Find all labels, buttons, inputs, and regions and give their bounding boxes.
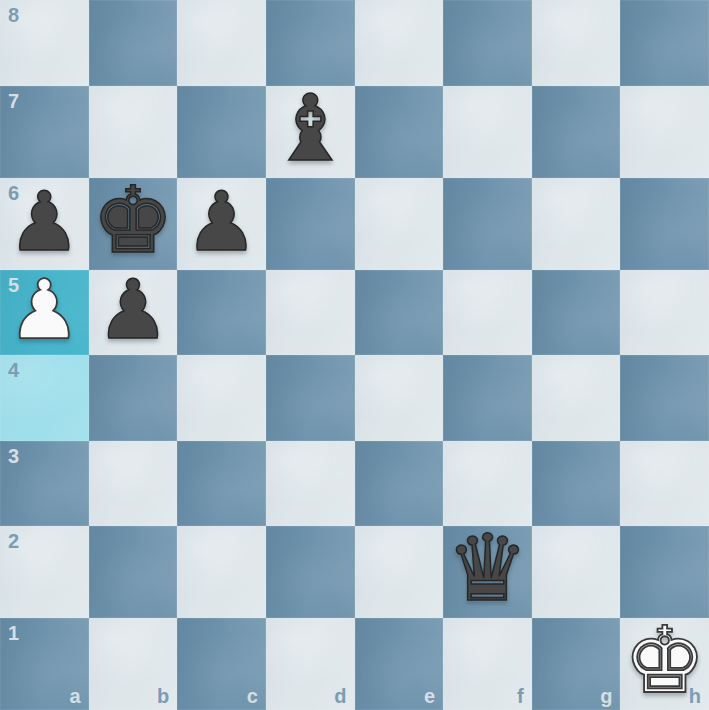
square-f7[interactable] [443, 86, 532, 178]
square-b2[interactable] [89, 526, 178, 618]
square-c4[interactable] [177, 355, 266, 441]
piece-black-pawn[interactable]: ♟ [8, 181, 82, 263]
square-a1[interactable]: 1a [0, 618, 89, 710]
square-a7[interactable]: 7 [0, 86, 89, 178]
square-h4[interactable] [620, 355, 709, 441]
square-f3[interactable] [443, 441, 532, 527]
chess-board: 87♝6♟♚♟5♟♟432♛1abcdefgh♚ [0, 0, 709, 710]
square-g2[interactable] [532, 526, 621, 618]
rank-label-7: 7 [8, 91, 19, 111]
piece-white-king[interactable]: ♚ [623, 615, 705, 707]
square-a8[interactable]: 8 [0, 0, 89, 86]
square-f6[interactable] [443, 178, 532, 270]
file-label-a: a [70, 686, 81, 706]
square-a4[interactable]: 4 [0, 355, 89, 441]
square-h5[interactable] [620, 270, 709, 356]
square-g5[interactable] [532, 270, 621, 356]
square-c2[interactable] [177, 526, 266, 618]
square-b8[interactable] [89, 0, 178, 86]
square-b3[interactable] [89, 441, 178, 527]
square-b7[interactable] [89, 86, 178, 178]
square-g6[interactable] [532, 178, 621, 270]
rank-label-2: 2 [8, 531, 19, 551]
square-c1[interactable]: c [177, 618, 266, 710]
square-h3[interactable] [620, 441, 709, 527]
square-a5[interactable]: 5♟ [0, 270, 89, 356]
file-label-c: c [247, 686, 258, 706]
rank-label-4: 4 [8, 360, 19, 380]
square-h7[interactable] [620, 86, 709, 178]
square-b4[interactable] [89, 355, 178, 441]
square-c6[interactable]: ♟ [177, 178, 266, 270]
piece-black-pawn[interactable]: ♟ [96, 269, 170, 351]
square-h1[interactable]: h♚ [620, 618, 709, 710]
rank-label-3: 3 [8, 446, 19, 466]
square-e1[interactable]: e [355, 618, 444, 710]
file-label-f: f [517, 686, 524, 706]
square-e2[interactable] [355, 526, 444, 618]
square-d1[interactable]: d [266, 618, 355, 710]
square-g1[interactable]: g [532, 618, 621, 710]
square-d6[interactable] [266, 178, 355, 270]
square-d3[interactable] [266, 441, 355, 527]
square-c8[interactable] [177, 0, 266, 86]
file-label-b: b [157, 686, 169, 706]
square-g8[interactable] [532, 0, 621, 86]
square-e4[interactable] [355, 355, 444, 441]
square-e8[interactable] [355, 0, 444, 86]
square-c5[interactable] [177, 270, 266, 356]
square-h2[interactable] [620, 526, 709, 618]
square-f2[interactable]: ♛ [443, 526, 532, 618]
square-b1[interactable]: b [89, 618, 178, 710]
square-d2[interactable] [266, 526, 355, 618]
square-h8[interactable] [620, 0, 709, 86]
square-d7[interactable]: ♝ [266, 86, 355, 178]
square-d5[interactable] [266, 270, 355, 356]
square-d4[interactable] [266, 355, 355, 441]
square-a3[interactable]: 3 [0, 441, 89, 527]
square-g3[interactable] [532, 441, 621, 527]
piece-black-king[interactable]: ♚ [92, 175, 174, 267]
square-g7[interactable] [532, 86, 621, 178]
file-label-d: d [334, 686, 346, 706]
square-c3[interactable] [177, 441, 266, 527]
square-f8[interactable] [443, 0, 532, 86]
square-e6[interactable] [355, 178, 444, 270]
square-e5[interactable] [355, 270, 444, 356]
square-d8[interactable] [266, 0, 355, 86]
piece-black-queen[interactable]: ♛ [446, 523, 528, 615]
piece-black-pawn[interactable]: ♟ [185, 181, 259, 263]
file-label-g: g [600, 686, 612, 706]
square-e7[interactable] [355, 86, 444, 178]
square-b6[interactable]: ♚ [89, 178, 178, 270]
square-f5[interactable] [443, 270, 532, 356]
square-e3[interactable] [355, 441, 444, 527]
square-g4[interactable] [532, 355, 621, 441]
square-f4[interactable] [443, 355, 532, 441]
square-f1[interactable]: f [443, 618, 532, 710]
square-b5[interactable]: ♟ [89, 270, 178, 356]
rank-label-8: 8 [8, 5, 19, 25]
piece-white-pawn[interactable]: ♟ [8, 269, 82, 351]
piece-black-bishop[interactable]: ♝ [269, 83, 351, 175]
square-c7[interactable] [177, 86, 266, 178]
square-a2[interactable]: 2 [0, 526, 89, 618]
rank-label-1: 1 [8, 623, 19, 643]
square-h6[interactable] [620, 178, 709, 270]
square-a6[interactable]: 6♟ [0, 178, 89, 270]
file-label-e: e [424, 686, 435, 706]
